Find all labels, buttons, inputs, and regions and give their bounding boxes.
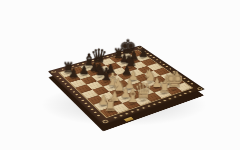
- piece-black-pawn-a7[interactable]: ♟: [62, 67, 86, 79]
- rim-rosette-icon: [50, 70, 57, 73]
- rim-rosette-icon: [101, 119, 109, 123]
- rim-rosette-icon: [195, 87, 202, 91]
- piece-white-rook-a1[interactable]: ♜: [97, 97, 124, 113]
- square-a7[interactable]: ♟: [65, 74, 81, 82]
- product-photo-scene: ♜♝♛♜♚♟♟♟♟♟♟♞♟♞♝♟♝♟♞♟♞♟♟♟♟♟♟♜♝♛♜♚: [0, 0, 240, 150]
